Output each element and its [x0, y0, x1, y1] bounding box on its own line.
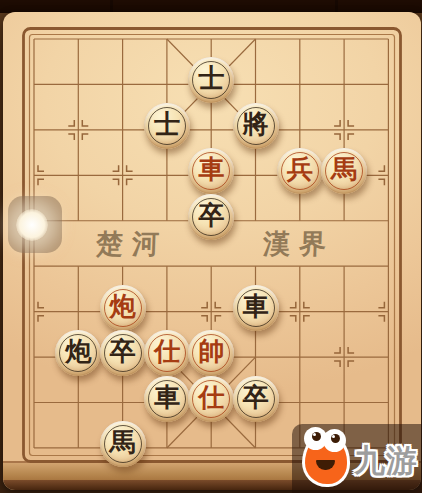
piece-black-horse-1[interactable]: 馬 [100, 421, 146, 467]
piece-glyph: 馬 [331, 157, 357, 183]
piece-glyph: 車 [198, 157, 224, 183]
mascot-left-eye-icon [307, 430, 324, 447]
piece-red-advisor-1[interactable]: 仕 [144, 330, 190, 376]
game-screen: 楚河 漢界 士士將車兵馬卒炮車炮卒仕帥車仕卒馬 九游 [0, 0, 422, 493]
piece-black-advisor-2[interactable]: 士 [144, 103, 190, 149]
piece-glyph: 車 [243, 294, 269, 320]
piece-black-general[interactable]: 將 [233, 103, 279, 149]
piece-glyph: 將 [243, 112, 269, 138]
piece-red-general[interactable]: 帥 [188, 330, 234, 376]
river-label-han-jie: 漢界 [262, 227, 335, 261]
piece-glyph: 卒 [198, 203, 224, 229]
piece-glyph: 兵 [287, 157, 313, 183]
piece-red-cannon-1[interactable]: 炮 [100, 285, 146, 331]
river-label-chu-he: 楚河 [95, 227, 168, 261]
piece-red-soldier-1[interactable]: 兵 [277, 148, 323, 194]
touch-glow-icon [16, 209, 48, 241]
piece-glyph: 馬 [110, 430, 136, 456]
piece-glyph: 仕 [198, 385, 224, 411]
piece-glyph: 卒 [110, 339, 136, 365]
jiuyou-logo-text: 九游 [354, 440, 418, 482]
piece-glyph: 帥 [198, 339, 224, 365]
piece-glyph: 卒 [243, 385, 269, 411]
piece-glyph: 炮 [65, 339, 91, 365]
mascot-right-eye-icon [326, 432, 343, 449]
jiuyou-mascot-icon [305, 436, 347, 484]
piece-glyph: 車 [154, 385, 180, 411]
mascot-mouth-icon [316, 460, 335, 470]
piece-glyph: 仕 [154, 339, 180, 365]
piece-black-chariot-1[interactable]: 車 [233, 285, 279, 331]
piece-glyph: 炮 [110, 294, 136, 320]
piece-glyph: 士 [154, 112, 180, 138]
piece-glyph: 士 [198, 66, 224, 92]
piece-red-advisor-2[interactable]: 仕 [188, 376, 234, 422]
piece-black-soldier-2[interactable]: 卒 [100, 330, 146, 376]
piece-black-soldier-1[interactable]: 卒 [188, 194, 234, 240]
jiuyou-logo-overlay: 九游 [292, 424, 422, 493]
piece-black-chariot-2[interactable]: 車 [144, 376, 190, 422]
piece-black-soldier-3[interactable]: 卒 [233, 376, 279, 422]
touch-indicator[interactable] [8, 196, 62, 253]
